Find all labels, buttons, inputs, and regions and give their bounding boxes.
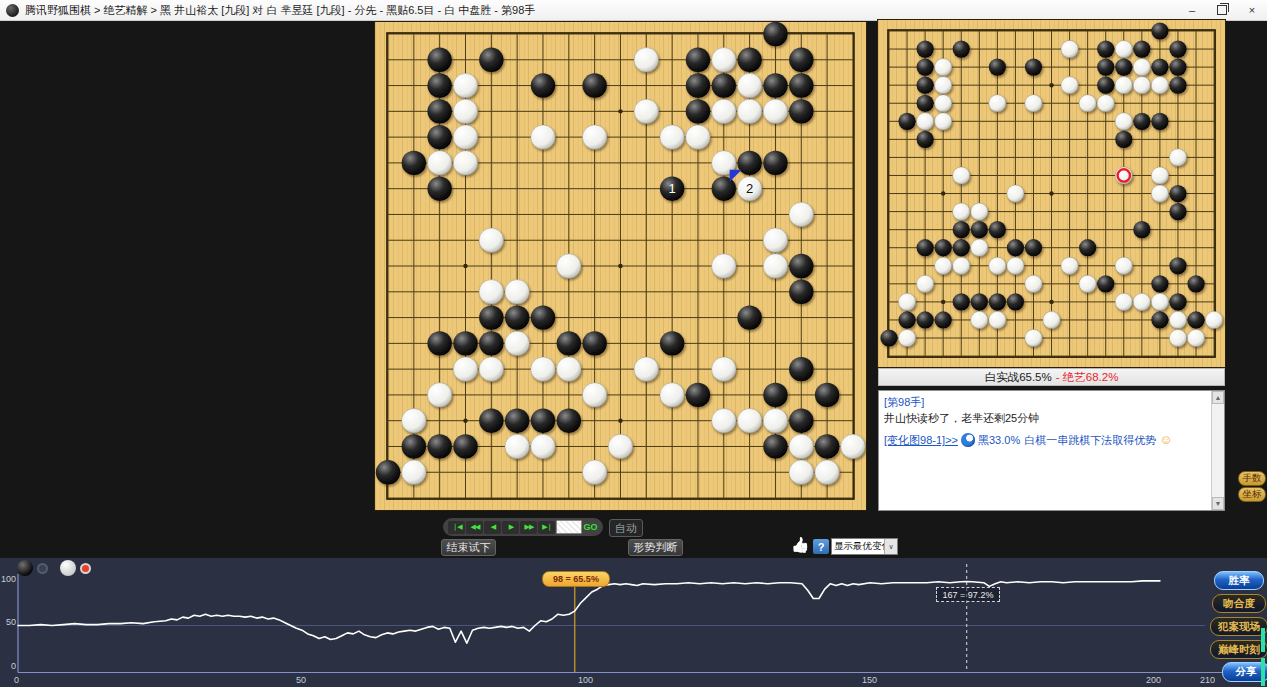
chevron-down-icon: ∨: [884, 539, 897, 554]
white-stone: [971, 239, 988, 256]
black-stone: [1169, 257, 1186, 274]
black-stone: [953, 239, 970, 256]
black-stone: [686, 383, 710, 407]
black-stone: [1151, 275, 1168, 292]
black-stone: [737, 48, 761, 72]
black-stone: [1169, 40, 1186, 57]
x-axis-label-100: 100: [578, 675, 593, 685]
move-number-input[interactable]: [556, 520, 582, 534]
white-stone: [1115, 257, 1132, 274]
blunder-scenes-button[interactable]: 犯案现场: [1210, 617, 1267, 636]
variation-link[interactable]: [变化图98-1]>>: [884, 432, 958, 448]
white-stone: [479, 228, 503, 252]
black-stone: [953, 40, 970, 57]
black-stone: [712, 73, 736, 97]
black-stone: [686, 48, 710, 72]
black-stone: [531, 73, 555, 97]
white-stone: [1133, 59, 1150, 76]
white-stone: [634, 99, 658, 123]
variation-go-board[interactable]: [878, 20, 1225, 367]
white-stone: [1061, 257, 1078, 274]
black-stone: [1133, 113, 1150, 130]
black-stone: [427, 176, 451, 200]
white-stone: [531, 434, 555, 458]
black-stone: [1097, 59, 1114, 76]
white-stone: [712, 409, 736, 433]
white-stone: [1169, 311, 1186, 328]
x-axis-label-0: 0: [14, 675, 19, 685]
black-stone: [505, 409, 529, 433]
white-stone: [953, 167, 970, 184]
black-stone: [660, 331, 684, 355]
variation-row: [变化图98-1]>> 黑33.0% 白棋一串跳棋下法取得优势 ☺: [884, 432, 1210, 448]
black-stone: [1169, 293, 1186, 310]
white-stone: [479, 357, 503, 381]
black-stone: [712, 176, 736, 200]
white-stone: [935, 95, 952, 112]
white-stone: [1061, 40, 1078, 57]
white-stone: [935, 59, 952, 76]
rewind-button[interactable]: ◀◀: [466, 521, 483, 534]
grin-emoji-icon: ☺: [1159, 432, 1172, 448]
white-stone: [427, 383, 451, 407]
white-stone: [1079, 275, 1096, 292]
black-stone: [402, 434, 426, 458]
white-stone: [582, 460, 606, 484]
white-stone: [1133, 293, 1150, 310]
white-stone: [634, 357, 658, 381]
black-stone: [1133, 40, 1150, 57]
white-stone: [841, 434, 865, 458]
black-stone: [453, 331, 477, 355]
black-stone: [917, 311, 934, 328]
help-button[interactable]: ?: [813, 539, 829, 554]
dropdown-selected-value: 显示最优变化: [832, 540, 884, 553]
white-stone: [1097, 95, 1114, 112]
white-stone: [531, 357, 555, 381]
black-stone: [505, 305, 529, 329]
window-controls: – ×: [1177, 0, 1267, 20]
white-stone: [763, 409, 787, 433]
title-bar: 腾讯野狐围棋 > 绝艺精解 > 黑 井山裕太 [九段] 对 白 芈昱廷 [九段]…: [0, 0, 1267, 21]
black-stone: [815, 383, 839, 407]
black-stone: [1115, 59, 1132, 76]
white-stone: [1043, 311, 1060, 328]
white-stone: [582, 383, 606, 407]
white-stone: [935, 77, 952, 94]
black-stone: [1169, 185, 1186, 202]
white-stone: [763, 254, 787, 278]
black-stone: [582, 331, 606, 355]
black-stone: [1187, 311, 1204, 328]
black-stone: [789, 99, 813, 123]
black-stone: [531, 305, 555, 329]
white-stone: [660, 125, 684, 149]
black-stone: [531, 409, 555, 433]
move98-tooltip: 98 = 65.5%: [542, 571, 610, 587]
black-stone: [1007, 293, 1024, 310]
black-stone: [582, 73, 606, 97]
black-stone: [763, 434, 787, 458]
white-stone: [737, 409, 761, 433]
white-stone: [712, 99, 736, 123]
black-stone: [737, 151, 761, 175]
black-stone: [479, 48, 503, 72]
white-stone: [737, 73, 761, 97]
move-numbers-button[interactable]: 手数: [1238, 471, 1266, 486]
white-stone: [453, 151, 477, 175]
black-stone: [453, 434, 477, 458]
white-stone: [453, 357, 477, 381]
black-stone: [557, 409, 581, 433]
white-stone: [953, 257, 970, 274]
black-stone: [917, 95, 934, 112]
black-stone: [427, 73, 451, 97]
white-stone: [712, 254, 736, 278]
white-stone: [557, 357, 581, 381]
jueyi-logo-icon: [961, 433, 975, 447]
black-stone: [1169, 59, 1186, 76]
black-stone: [917, 239, 934, 256]
white-stone: [1079, 95, 1096, 112]
winrate-tab-button[interactable]: 胜率: [1214, 571, 1264, 590]
variation-board-grid: [878, 20, 1225, 367]
x-axis-label-50: 50: [296, 675, 306, 685]
white-stone: [660, 383, 684, 407]
white-stone: [1151, 185, 1168, 202]
winrate-status-bar: 白实战65.5% - 绝艺68.2%: [878, 368, 1225, 386]
black-stone: [1097, 77, 1114, 94]
black-stone: [789, 73, 813, 97]
white-stone: [505, 280, 529, 304]
black-stone: [898, 311, 915, 328]
white-stone: [453, 73, 477, 97]
white-stone: [898, 293, 915, 310]
black-stone: [1079, 239, 1096, 256]
move-number-label: 1: [669, 181, 676, 196]
peak-moments-button[interactable]: 巅峰时刻: [1210, 640, 1267, 659]
main-go-board[interactable]: 12: [375, 22, 866, 510]
black-stone: [1169, 203, 1186, 220]
match-rate-button[interactable]: 吻合度: [1212, 594, 1266, 613]
white-stone: [1169, 329, 1186, 346]
white-stone: [789, 434, 813, 458]
white-stone: [1115, 113, 1132, 130]
white-stone: [1115, 77, 1132, 94]
black-stone: [427, 434, 451, 458]
winrate-chart-panel: 100 50 0 0 50 100 150 200 210 98 = 65.5%…: [0, 558, 1267, 687]
white-stone: [686, 125, 710, 149]
x-axis-label-210: 210: [1200, 675, 1215, 685]
black-stone: [971, 221, 988, 238]
white-stone: [917, 275, 934, 292]
white-stone: [1025, 95, 1042, 112]
black-stone: [935, 311, 952, 328]
white-stone: [479, 280, 503, 304]
white-stone: [505, 331, 529, 355]
position-judge-button[interactable]: 形势判断: [628, 539, 683, 556]
black-stone: [989, 59, 1006, 76]
main-board-grid: 12: [375, 22, 866, 510]
white-stone: [737, 99, 761, 123]
first-move-button[interactable]: ❘◀: [448, 521, 465, 534]
commentary-panel: [第98手] 井山快读秒了，老芈还剩25分钟 [变化图98-1]>> 黑33.0…: [878, 390, 1225, 511]
white-stone: [1025, 329, 1042, 346]
go-button[interactable]: GO: [583, 522, 597, 532]
black-stone: [479, 305, 503, 329]
white-stone: [953, 203, 970, 220]
black-stone: [479, 331, 503, 355]
black-stone: [737, 305, 761, 329]
black-stone: [763, 151, 787, 175]
edge-scroll-marker: [1261, 628, 1265, 652]
x-axis-label-200: 200: [1146, 675, 1161, 685]
white-stone: [1061, 77, 1078, 94]
black-stone: [789, 48, 813, 72]
scroll-up-icon[interactable]: ▲: [1212, 391, 1224, 404]
black-stone: [1097, 275, 1114, 292]
restore-button[interactable]: [1207, 0, 1237, 20]
edge-scroll-marker: [1261, 658, 1265, 686]
commentary-body: [第98手] 井山快读秒了，老芈还剩25分钟 [变化图98-1]>> 黑33.0…: [884, 394, 1210, 508]
black-stone: [1007, 239, 1024, 256]
black-stone: [1187, 275, 1204, 292]
white-stone: [935, 113, 952, 130]
window-title: 腾讯野狐围棋 > 绝艺精解 > 黑 井山裕太 [九段] 对 白 芈昱廷 [九段]…: [25, 3, 535, 18]
white-stone: [557, 254, 581, 278]
black-stone: [686, 99, 710, 123]
black-stone: [789, 357, 813, 381]
white-stone: [402, 460, 426, 484]
white-stone: [789, 202, 813, 226]
black-stone: [1169, 77, 1186, 94]
jueyi-winrate: - 绝艺68.2%: [1056, 370, 1119, 385]
black-stone: [917, 77, 934, 94]
auto-play-button[interactable]: 自动: [609, 519, 643, 537]
white-stone: [453, 125, 477, 149]
white-stone: [935, 257, 952, 274]
white-stone: [1187, 329, 1204, 346]
move-number-label: 2: [746, 181, 753, 196]
white-actual-winrate: 白实战65.5%: [985, 370, 1052, 385]
black-stone: [971, 293, 988, 310]
black-stone: [427, 331, 451, 355]
commentary-scrollbar[interactable]: ▲ ▼: [1211, 391, 1224, 510]
black-percentage: 黑33.0%: [978, 432, 1020, 448]
minimize-button[interactable]: –: [1177, 0, 1207, 20]
black-stone: [1151, 113, 1168, 130]
white-stone: [971, 203, 988, 220]
white-stone: [608, 434, 632, 458]
white-stone: [989, 257, 1006, 274]
white-stone: [712, 357, 736, 381]
end-trial-button[interactable]: 结束试下: [441, 539, 496, 556]
thumbs-up-icon[interactable]: 👍: [789, 535, 811, 555]
white-stone: [634, 48, 658, 72]
white-stone: [1169, 149, 1186, 166]
black-stone: [789, 254, 813, 278]
white-stone: [427, 151, 451, 175]
white-stone: [989, 311, 1006, 328]
black-stone: [479, 409, 503, 433]
forward-button[interactable]: ▶: [502, 521, 519, 534]
white-stone: [917, 113, 934, 130]
black-stone: [917, 131, 934, 148]
black-stone: [953, 293, 970, 310]
black-stone: [898, 113, 915, 130]
black-stone: [763, 383, 787, 407]
black-stone: [1151, 59, 1168, 76]
black-stone: [1151, 311, 1168, 328]
black-stone: [989, 293, 1006, 310]
black-stone: [686, 73, 710, 97]
white-stone: [531, 125, 555, 149]
black-stone: [763, 73, 787, 97]
white-stone: [1151, 167, 1168, 184]
white-stone: [989, 95, 1006, 112]
black-stone: [1151, 22, 1168, 39]
black-stone: [763, 22, 787, 46]
white-stone: [402, 409, 426, 433]
app-window: 腾讯野狐围棋 > 绝艺精解 > 黑 井山裕太 [九段] 对 白 芈昱廷 [九段]…: [0, 0, 1267, 687]
black-stone: [935, 239, 952, 256]
white-stone: [1115, 293, 1132, 310]
move-navigation-bar: ❘◀ ◀◀ ◀ ▶ ▶▶ ▶❘ GO: [443, 518, 603, 536]
last-move-button[interactable]: ▶❘: [538, 521, 555, 534]
white-stone: [712, 48, 736, 72]
white-stone: [815, 460, 839, 484]
time-comment: 井山快读秒了，老芈还剩25分钟: [884, 410, 1210, 426]
white-stone: [971, 311, 988, 328]
ai-comment: 白棋一串跳棋下法取得优势: [1024, 432, 1156, 448]
white-stone: [1007, 257, 1024, 274]
black-stone: [427, 99, 451, 123]
white-stone: [582, 125, 606, 149]
black-stone: [1025, 59, 1042, 76]
black-stone: [376, 460, 400, 484]
close-button[interactable]: ×: [1237, 0, 1267, 20]
scroll-down-icon[interactable]: ▼: [1212, 497, 1224, 510]
show-best-variation-dropdown[interactable]: 显示最优变化 ∨: [831, 538, 898, 555]
black-stone: [427, 48, 451, 72]
black-stone: [880, 329, 897, 346]
black-stone: [789, 280, 813, 304]
black-stone: [815, 434, 839, 458]
white-stone: [453, 99, 477, 123]
white-stone: [789, 460, 813, 484]
winrate-curve[interactable]: [0, 558, 1267, 687]
white-stone: [1151, 293, 1168, 310]
black-stone: [402, 151, 426, 175]
white-stone: [1151, 77, 1168, 94]
white-stone: [1133, 77, 1150, 94]
white-stone: [763, 99, 787, 123]
black-stone: [1115, 131, 1132, 148]
black-stone: [427, 125, 451, 149]
black-stone: [1097, 40, 1114, 57]
black-stone: [789, 409, 813, 433]
black-stone: [953, 221, 970, 238]
black-stone: [1025, 239, 1042, 256]
move-header: [第98手]: [884, 394, 1210, 410]
blue-triangle-marker: [730, 170, 742, 182]
white-stone: [898, 329, 915, 346]
white-stone: [1025, 275, 1042, 292]
black-stone: [989, 221, 1006, 238]
black-stone: [917, 40, 934, 57]
white-stone: [1115, 40, 1132, 57]
x-axis-label-150: 150: [862, 675, 877, 685]
fast-forward-button[interactable]: ▶▶: [520, 521, 537, 534]
black-stone: [1133, 221, 1150, 238]
white-stone: [505, 434, 529, 458]
white-stone: [763, 228, 787, 252]
black-stone: [917, 59, 934, 76]
move167-tooltip: 167 = 97.2%: [936, 587, 1000, 602]
coordinates-button[interactable]: 坐标: [1238, 487, 1266, 502]
black-stone: [557, 331, 581, 355]
white-stone: [1205, 311, 1222, 328]
white-stone: [1007, 185, 1024, 202]
app-logo-icon: [6, 4, 19, 17]
back-button[interactable]: ◀: [484, 521, 501, 534]
restore-icon: [1217, 5, 1227, 15]
